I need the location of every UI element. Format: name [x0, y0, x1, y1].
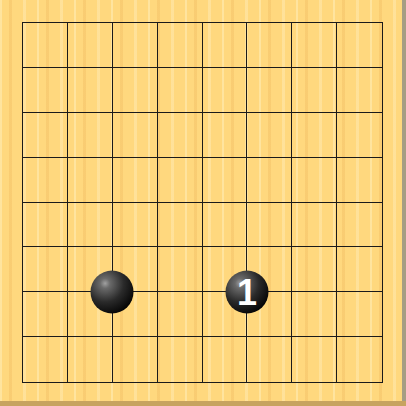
grid-cell [247, 23, 292, 68]
grid-cell [68, 113, 113, 158]
go-board: 1 [0, 0, 406, 406]
grid-cell [23, 23, 68, 68]
grid-cell [68, 203, 113, 248]
grid-cell [68, 292, 113, 337]
grid-cell [203, 292, 248, 337]
grid-cell [292, 292, 337, 337]
grid-cell [337, 203, 382, 248]
grid-cell [337, 23, 382, 68]
grid-cell [158, 292, 203, 337]
grid-cell [292, 337, 337, 382]
grid-cell [158, 337, 203, 382]
grid-cell [68, 247, 113, 292]
grid-cell [247, 68, 292, 113]
grid-cell [68, 23, 113, 68]
grid-cell [113, 68, 158, 113]
grid-cell [23, 292, 68, 337]
grid-cell [68, 337, 113, 382]
grid-cell [247, 158, 292, 203]
grid-cell [337, 292, 382, 337]
grid-cell [203, 247, 248, 292]
grid-cell [337, 68, 382, 113]
grid-cell [23, 68, 68, 113]
grid-cell [203, 23, 248, 68]
grid-cell [113, 247, 158, 292]
grid-cell [337, 113, 382, 158]
grid-cell [23, 337, 68, 382]
board-edge-right [402, 0, 406, 406]
grid-cell [337, 247, 382, 292]
grid-cell [158, 203, 203, 248]
grid-cell [158, 23, 203, 68]
grid-cell [292, 23, 337, 68]
grid-cell [113, 292, 158, 337]
grid-cell [203, 203, 248, 248]
grid-cell [158, 113, 203, 158]
grid-cell [113, 113, 158, 158]
grid-cell [158, 247, 203, 292]
grid-cell [68, 68, 113, 113]
grid-cell [113, 23, 158, 68]
grid-cell [23, 113, 68, 158]
grid-cell [292, 158, 337, 203]
grid-cell [113, 158, 158, 203]
grid-cell [337, 337, 382, 382]
grid-cell [158, 68, 203, 113]
board-grid[interactable] [22, 22, 383, 383]
grid-cell [247, 247, 292, 292]
grid-cell [247, 203, 292, 248]
grid-cell [247, 113, 292, 158]
grid-cell [158, 158, 203, 203]
grid-cell [203, 68, 248, 113]
grid-cell [113, 337, 158, 382]
grid-cell [113, 203, 158, 248]
grid-cell [203, 113, 248, 158]
grid-cell [247, 292, 292, 337]
grid-cell [203, 337, 248, 382]
grid-cell [292, 203, 337, 248]
grid-cell [337, 158, 382, 203]
grid-cell [23, 247, 68, 292]
grid-cell [23, 203, 68, 248]
grid-cell [292, 247, 337, 292]
grid-cell [247, 337, 292, 382]
grid-cell [292, 68, 337, 113]
grid-cell [203, 158, 248, 203]
grid-cell [68, 158, 113, 203]
board-edge-bottom [0, 401, 406, 406]
grid-cell [292, 113, 337, 158]
grid-cell [23, 158, 68, 203]
